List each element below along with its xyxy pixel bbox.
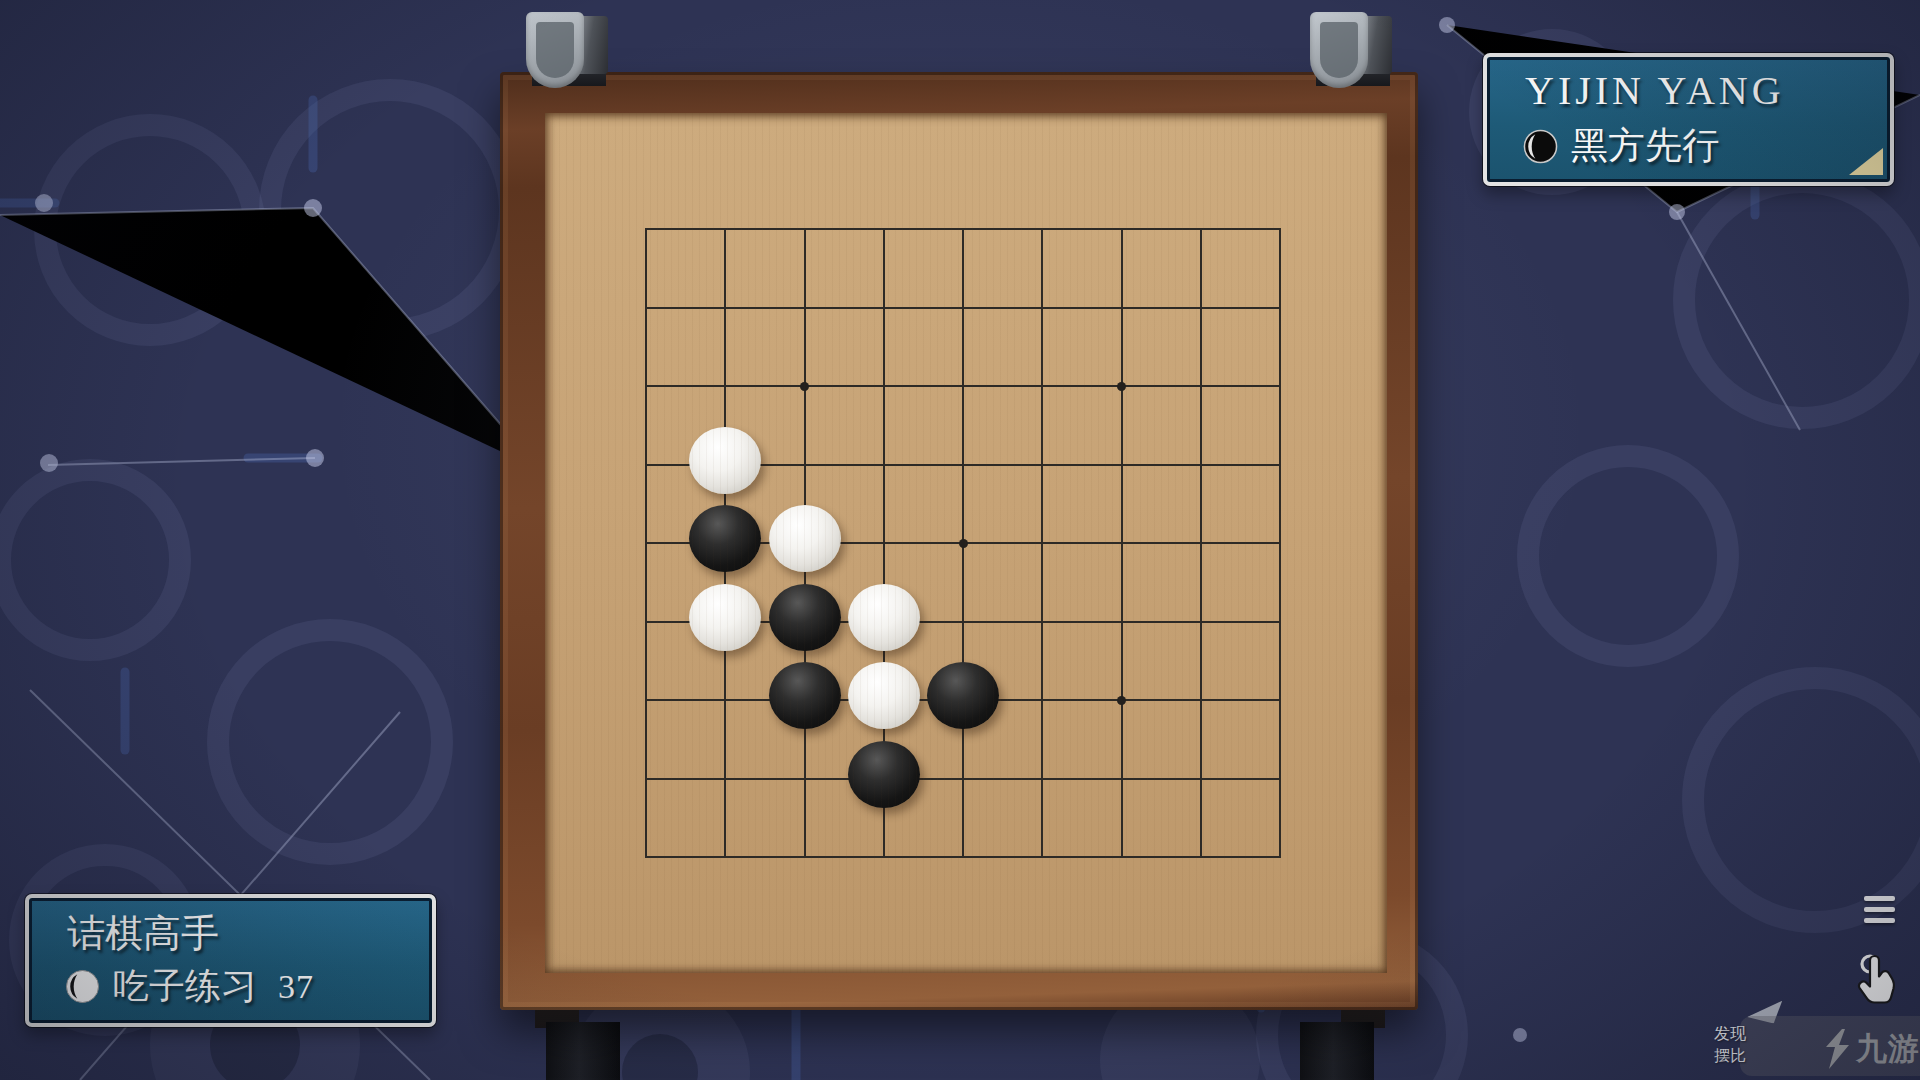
grid-line-vertical (883, 228, 885, 858)
puzzle-title: 诘棋高手 (67, 908, 219, 959)
star-point (800, 696, 809, 705)
go-board-grid[interactable] (646, 229, 1282, 859)
easel-leg-right (1300, 1022, 1374, 1080)
black-stone-D2 (848, 741, 920, 808)
grid-line-horizontal (645, 307, 1281, 309)
panel-corner-accent[interactable] (1849, 148, 1883, 175)
white-stone-D4 (848, 584, 920, 651)
grid-line-vertical (1279, 228, 1281, 858)
grid-line-horizontal (645, 778, 1281, 780)
easel-leg-left (546, 1022, 620, 1080)
side-text-line1: 发现 (1714, 1024, 1746, 1045)
go-board-surface (545, 113, 1387, 973)
hamburger-menu-icon[interactable] (1864, 896, 1895, 924)
white-stone-D3 (848, 662, 920, 729)
puzzle-number: 37 (278, 968, 314, 1006)
black-stone-icon (1523, 129, 1558, 164)
white-stone-B6 (689, 427, 761, 494)
grid-line-vertical (804, 228, 806, 858)
watermark: 九游 (1822, 1028, 1920, 1070)
white-stone-icon (65, 969, 100, 1004)
grid-line-vertical (1041, 228, 1043, 858)
black-stone-C4 (769, 584, 841, 651)
grid-line-vertical (645, 228, 647, 858)
star-point (800, 382, 809, 391)
grid-line-horizontal (645, 856, 1281, 858)
watermark-brand-text: 九游 (1856, 1028, 1920, 1070)
board-clamp-left (526, 12, 612, 88)
star-point (959, 539, 968, 548)
puzzle-info-panel: 诘棋高手 吃子练习 37 (25, 894, 436, 1027)
black-stone-C3 (769, 662, 841, 729)
side-text-line2: 摆比 (1714, 1046, 1746, 1067)
grid-line-horizontal (645, 228, 1281, 230)
grid-line-vertical (724, 228, 726, 858)
grid-line-horizontal (645, 464, 1281, 466)
clamp-front-inner (536, 22, 574, 78)
star-point (1117, 696, 1126, 705)
grid-line-horizontal (645, 699, 1281, 701)
app-screen: YIJIN YANG 黑方先行 诘棋高手 吃子练习 37 (0, 0, 1920, 1080)
black-stone-B5 (689, 505, 761, 572)
white-stone-C5 (769, 505, 841, 572)
player-name: YIJIN YANG (1525, 67, 1785, 114)
turn-label: 黑方先行 (1571, 121, 1719, 171)
grid-line-horizontal (645, 542, 1281, 544)
white-stone-B4 (689, 584, 761, 651)
star-point (1117, 382, 1126, 391)
clamp-front-inner (1320, 22, 1358, 78)
grid-line-vertical (962, 228, 964, 858)
grid-line-horizontal (645, 621, 1281, 623)
grid-line-vertical (1121, 228, 1123, 858)
puzzle-subtitle: 吃子练习 (113, 962, 257, 1011)
grid-line-horizontal (645, 385, 1281, 387)
tap-hand-cursor-icon[interactable] (1853, 953, 1901, 1007)
player-turn-panel: YIJIN YANG 黑方先行 (1483, 53, 1894, 186)
board-clamp-right (1310, 12, 1396, 88)
go-board-frame (500, 72, 1418, 1010)
grid-line-vertical (1200, 228, 1202, 858)
watermark-logo-icon (1822, 1029, 1852, 1069)
black-stone-E3 (927, 662, 999, 729)
